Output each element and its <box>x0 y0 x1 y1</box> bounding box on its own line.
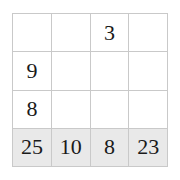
clue-sum-c2: 8 <box>91 129 129 166</box>
cell-r1c1[interactable] <box>52 52 90 89</box>
cell-r2c0[interactable]: 8 <box>13 91 51 128</box>
puzzle-grid: 3 9 8 25 10 8 23 <box>12 13 168 167</box>
cell-r2c3[interactable] <box>129 91 167 128</box>
cell-r1c3[interactable] <box>129 52 167 89</box>
cell-r0c2[interactable]: 3 <box>91 14 129 51</box>
clue-sum-c0: 25 <box>13 129 51 166</box>
cell-r0c3[interactable] <box>129 14 167 51</box>
cell-r0c0[interactable] <box>13 14 51 51</box>
clue-sum-c1: 10 <box>52 129 90 166</box>
cell-r1c2[interactable] <box>91 52 129 89</box>
cell-r1c0[interactable]: 9 <box>13 52 51 89</box>
cell-r2c2[interactable] <box>91 91 129 128</box>
cell-r0c1[interactable] <box>52 14 90 51</box>
cell-r2c1[interactable] <box>52 91 90 128</box>
clue-sum-c3: 23 <box>129 129 167 166</box>
